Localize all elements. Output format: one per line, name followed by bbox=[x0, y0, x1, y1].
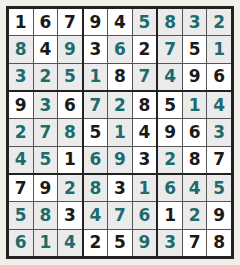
cell-r1c9[interactable]: 2 bbox=[207, 9, 231, 35]
cell-r3c9[interactable]: 6 bbox=[207, 64, 231, 90]
box-3: 832751496 bbox=[158, 9, 231, 90]
cell-r5c2[interactable]: 7 bbox=[34, 119, 58, 145]
cell-r3c5[interactable]: 8 bbox=[108, 64, 132, 90]
cell-r2c1[interactable]: 8 bbox=[9, 36, 33, 62]
cell-r9c4[interactable]: 2 bbox=[84, 230, 108, 256]
cell-r7c7[interactable]: 6 bbox=[158, 175, 182, 201]
cell-r9c5[interactable]: 5 bbox=[108, 230, 132, 256]
cell-r1c6[interactable]: 5 bbox=[133, 9, 157, 35]
cell-r4c4[interactable]: 7 bbox=[84, 92, 108, 118]
cell-r4c2[interactable]: 3 bbox=[34, 92, 58, 118]
cell-r5c3[interactable]: 8 bbox=[58, 119, 82, 145]
cell-r8c5[interactable]: 7 bbox=[108, 202, 132, 228]
box-6: 514963287 bbox=[158, 92, 231, 173]
cell-r4c1[interactable]: 9 bbox=[9, 92, 33, 118]
cell-r7c4[interactable]: 8 bbox=[84, 175, 108, 201]
cell-r3c4[interactable]: 1 bbox=[84, 64, 108, 90]
cell-r6c3[interactable]: 1 bbox=[58, 147, 82, 173]
cell-r8c3[interactable]: 3 bbox=[58, 202, 82, 228]
cell-r4c7[interactable]: 5 bbox=[158, 92, 182, 118]
cell-r4c5[interactable]: 2 bbox=[108, 92, 132, 118]
cell-r2c8[interactable]: 5 bbox=[183, 36, 207, 62]
cell-r3c2[interactable]: 2 bbox=[34, 64, 58, 90]
cell-r8c6[interactable]: 6 bbox=[133, 202, 157, 228]
cell-r2c2[interactable]: 4 bbox=[34, 36, 58, 62]
cell-r1c1[interactable]: 1 bbox=[9, 9, 33, 35]
cell-r7c3[interactable]: 2 bbox=[58, 175, 82, 201]
cell-r9c8[interactable]: 7 bbox=[183, 230, 207, 256]
cell-r2c9[interactable]: 1 bbox=[207, 36, 231, 62]
cell-r1c8[interactable]: 3 bbox=[183, 9, 207, 35]
cell-r9c6[interactable]: 9 bbox=[133, 230, 157, 256]
cell-r2c7[interactable]: 7 bbox=[158, 36, 182, 62]
cell-r2c3[interactable]: 9 bbox=[58, 36, 82, 62]
cell-r6c8[interactable]: 8 bbox=[183, 147, 207, 173]
box-5: 728514693 bbox=[84, 92, 157, 173]
cell-r7c9[interactable]: 5 bbox=[207, 175, 231, 201]
cell-r9c3[interactable]: 4 bbox=[58, 230, 82, 256]
box-8: 831476259 bbox=[84, 175, 157, 256]
cell-r6c4[interactable]: 6 bbox=[84, 147, 108, 173]
cell-r5c4[interactable]: 5 bbox=[84, 119, 108, 145]
cell-r8c2[interactable]: 8 bbox=[34, 202, 58, 228]
cell-r1c2[interactable]: 6 bbox=[34, 9, 58, 35]
cell-r5c9[interactable]: 3 bbox=[207, 119, 231, 145]
cell-r8c8[interactable]: 2 bbox=[183, 202, 207, 228]
cell-r4c9[interactable]: 4 bbox=[207, 92, 231, 118]
cell-r6c7[interactable]: 2 bbox=[158, 147, 182, 173]
cell-r3c3[interactable]: 5 bbox=[58, 64, 82, 90]
cell-r2c4[interactable]: 3 bbox=[84, 36, 108, 62]
box-9: 645129378 bbox=[158, 175, 231, 256]
cell-r8c4[interactable]: 4 bbox=[84, 202, 108, 228]
cell-r2c6[interactable]: 2 bbox=[133, 36, 157, 62]
cell-r1c4[interactable]: 9 bbox=[84, 9, 108, 35]
cell-r9c2[interactable]: 1 bbox=[34, 230, 58, 256]
cell-r7c1[interactable]: 7 bbox=[9, 175, 33, 201]
box-2: 945362187 bbox=[84, 9, 157, 90]
cell-r1c3[interactable]: 7 bbox=[58, 9, 82, 35]
cell-r1c7[interactable]: 8 bbox=[158, 9, 182, 35]
cell-r9c9[interactable]: 8 bbox=[207, 230, 231, 256]
cell-r6c5[interactable]: 9 bbox=[108, 147, 132, 173]
cell-r4c3[interactable]: 6 bbox=[58, 92, 82, 118]
box-4: 936278451 bbox=[9, 92, 82, 173]
sudoku-board: 1678493259453621878327514969362784517285… bbox=[6, 6, 234, 259]
cell-r7c6[interactable]: 1 bbox=[133, 175, 157, 201]
cell-r3c1[interactable]: 3 bbox=[9, 64, 33, 90]
cell-r5c5[interactable]: 1 bbox=[108, 119, 132, 145]
box-7: 792583614 bbox=[9, 175, 82, 256]
cell-r7c2[interactable]: 9 bbox=[34, 175, 58, 201]
cell-r8c7[interactable]: 1 bbox=[158, 202, 182, 228]
cell-r2c5[interactable]: 6 bbox=[108, 36, 132, 62]
cell-r4c8[interactable]: 1 bbox=[183, 92, 207, 118]
box-1: 167849325 bbox=[9, 9, 82, 90]
cell-r5c8[interactable]: 6 bbox=[183, 119, 207, 145]
cell-r1c5[interactable]: 4 bbox=[108, 9, 132, 35]
cell-r6c2[interactable]: 5 bbox=[34, 147, 58, 173]
cell-r3c7[interactable]: 4 bbox=[158, 64, 182, 90]
cell-r5c1[interactable]: 2 bbox=[9, 119, 33, 145]
cell-r8c9[interactable]: 9 bbox=[207, 202, 231, 228]
cell-r9c7[interactable]: 3 bbox=[158, 230, 182, 256]
cell-r8c1[interactable]: 5 bbox=[9, 202, 33, 228]
cell-r9c1[interactable]: 6 bbox=[9, 230, 33, 256]
cell-r6c6[interactable]: 3 bbox=[133, 147, 157, 173]
cell-r3c8[interactable]: 9 bbox=[183, 64, 207, 90]
cell-r6c9[interactable]: 7 bbox=[207, 147, 231, 173]
cell-r6c1[interactable]: 4 bbox=[9, 147, 33, 173]
cell-r7c8[interactable]: 4 bbox=[183, 175, 207, 201]
cell-r5c7[interactable]: 9 bbox=[158, 119, 182, 145]
cell-r4c6[interactable]: 8 bbox=[133, 92, 157, 118]
cell-r7c5[interactable]: 3 bbox=[108, 175, 132, 201]
cell-r3c6[interactable]: 7 bbox=[133, 64, 157, 90]
cell-r5c6[interactable]: 4 bbox=[133, 119, 157, 145]
